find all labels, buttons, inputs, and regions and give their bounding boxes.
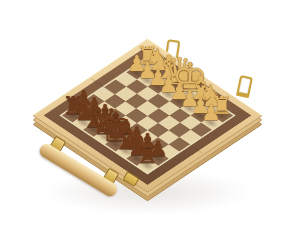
chess-set-photo: ♜♞♝♛♚♝♞♜♟♟♟♟♟♟♟♟♟♟♟♟♟♟♟♟♜♞♝♛♚♝♞♜ [0,0,300,251]
chess-piece-light-pawn[interactable]: ♟ [202,102,222,124]
brass-clasp-hook-icon [236,75,253,98]
chess-piece-dark-rook[interactable]: ♜ [136,143,158,168]
